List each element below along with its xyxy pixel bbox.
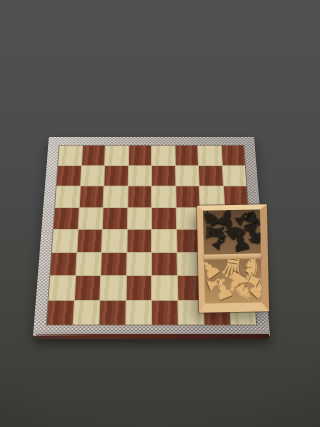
square-a6 (55, 186, 79, 207)
square-e1 (152, 300, 177, 324)
square-f7 (175, 166, 198, 186)
square-c8 (105, 146, 128, 165)
square-e2 (152, 276, 177, 299)
square-b2 (74, 276, 100, 299)
square-b1 (73, 300, 99, 324)
square-a5 (54, 208, 79, 229)
square-c5 (103, 208, 127, 229)
square-d2 (126, 276, 151, 299)
photo-backdrop: ♞♟♝♟♜♞♟♝♟♞ ♛♟♞♝♟♜♟♞♟ (0, 0, 320, 427)
square-d5 (127, 208, 151, 229)
square-c6 (104, 186, 128, 207)
square-b7 (80, 166, 104, 186)
square-f8 (175, 146, 198, 165)
square-g8 (198, 146, 221, 165)
square-a3 (50, 252, 76, 275)
square-c1 (99, 300, 125, 324)
piece-storage-box: ♞♟♝♟♜♞♟♝♟♞ ♛♟♞♝♟♜♟♞♟ (197, 204, 269, 312)
square-b6 (79, 186, 103, 207)
square-e8 (152, 146, 175, 165)
square-c4 (102, 230, 126, 252)
square-e7 (152, 166, 175, 186)
square-d6 (128, 186, 151, 207)
square-c2 (100, 276, 125, 299)
square-e3 (152, 252, 176, 275)
square-g6 (200, 186, 224, 207)
square-c3 (101, 252, 126, 275)
black-pieces-compartment: ♞♟♝♟♜♞♟♝♟♞ (203, 209, 261, 254)
square-g7 (199, 166, 223, 186)
square-h7 (222, 166, 246, 186)
square-d4 (127, 230, 151, 252)
square-a7 (57, 166, 81, 186)
square-a2 (49, 276, 75, 299)
square-b8 (82, 146, 105, 165)
white-pieces-compartment: ♛♟♞♝♟♜♟♞♟ (204, 258, 262, 303)
square-d3 (127, 252, 151, 275)
square-b3 (76, 252, 101, 275)
board-front-edge (36, 334, 269, 339)
square-a1 (47, 300, 74, 324)
square-e6 (152, 186, 175, 207)
square-b5 (78, 208, 102, 229)
square-d1 (126, 300, 151, 324)
square-f6 (176, 186, 200, 207)
square-d8 (128, 146, 151, 165)
square-b4 (77, 230, 102, 252)
square-e5 (152, 208, 176, 229)
square-d7 (128, 166, 151, 186)
square-c7 (104, 166, 127, 186)
square-a8 (58, 146, 82, 165)
square-e4 (152, 230, 176, 252)
chess-piece-black-knight: ♞ (245, 229, 261, 249)
square-h8 (221, 146, 245, 165)
square-a4 (52, 230, 77, 252)
